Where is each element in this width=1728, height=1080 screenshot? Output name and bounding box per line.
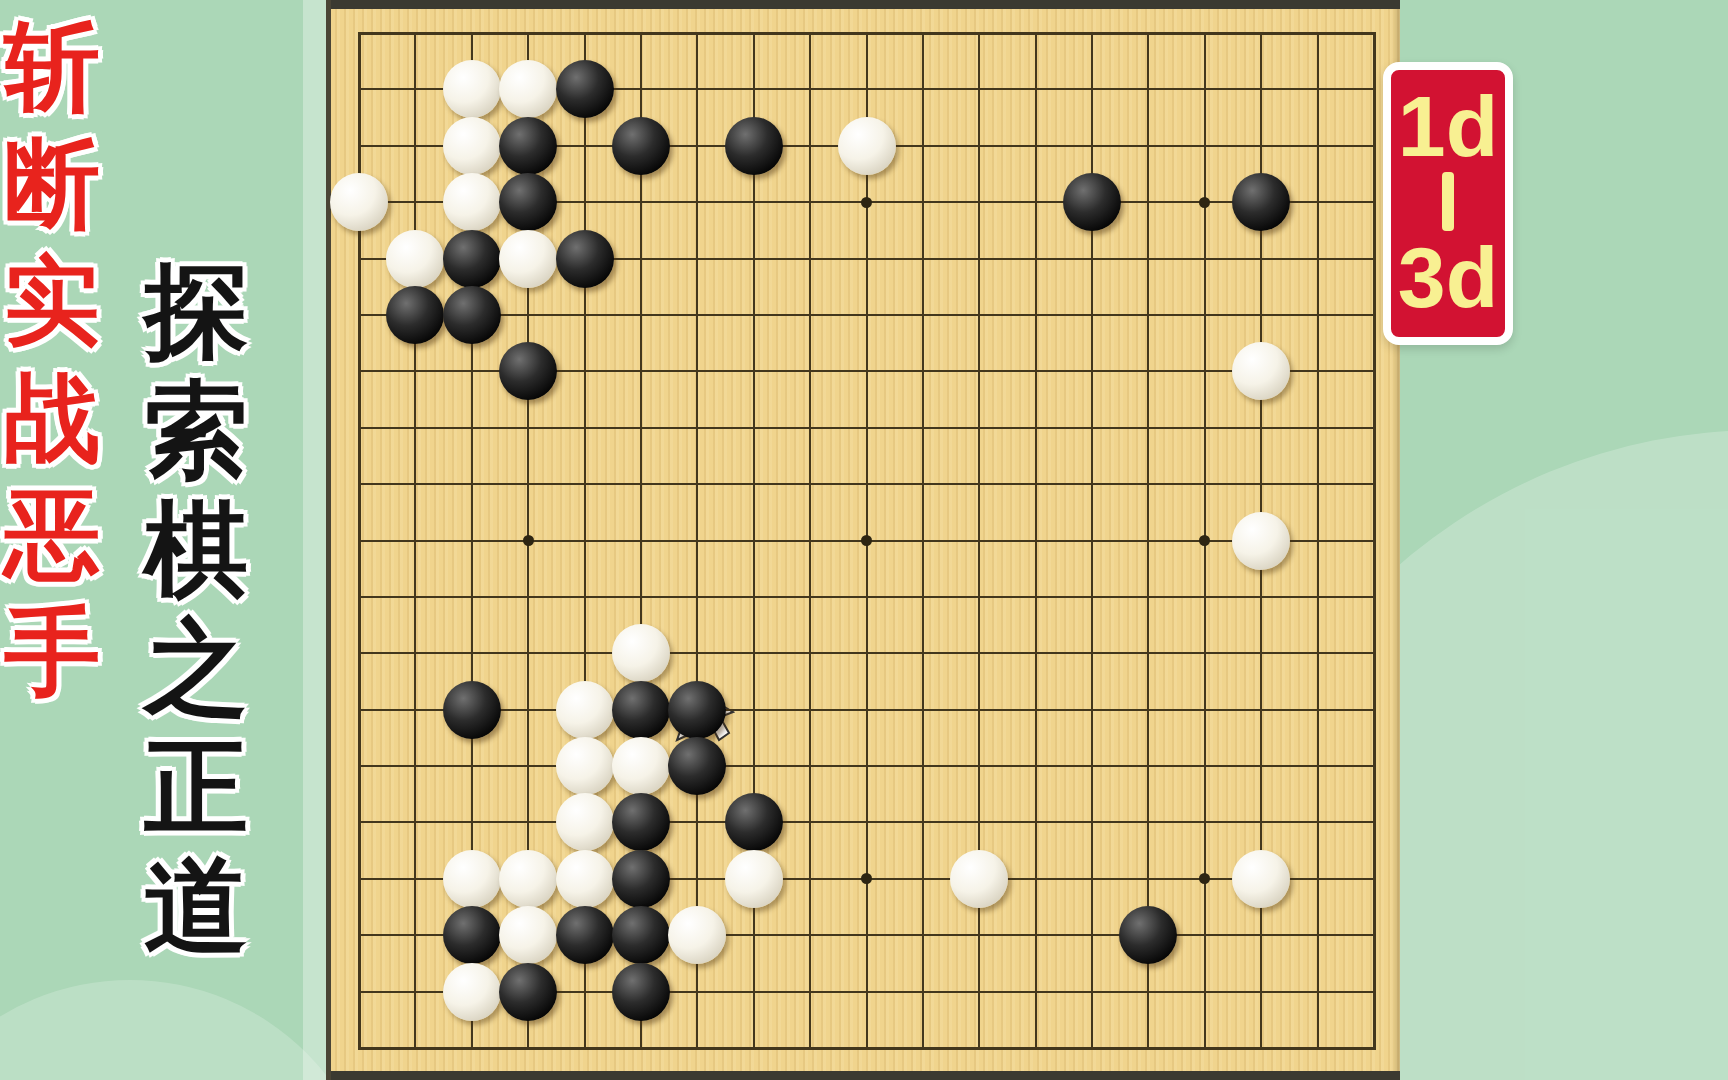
star-point	[1199, 197, 1210, 208]
white-stone[interactable]	[499, 230, 557, 288]
black-stone[interactable]	[499, 173, 557, 231]
title-character: 断	[4, 125, 100, 242]
white-stone[interactable]	[556, 850, 614, 908]
grid-line-horizontal	[358, 596, 1376, 598]
title-red-vertical: 斩断实战恶手	[0, 8, 104, 710]
video-frame: 斩断实战恶手 探索棋之正道 1d 3d	[0, 0, 1728, 1080]
rank-bottom-label: 3d	[1398, 231, 1498, 323]
black-stone[interactable]	[443, 230, 501, 288]
title-character: 手	[4, 593, 100, 710]
white-stone[interactable]	[443, 117, 501, 175]
white-stone[interactable]	[386, 230, 444, 288]
white-stone[interactable]	[612, 737, 670, 795]
white-stone[interactable]	[838, 117, 896, 175]
grid-line-vertical	[1147, 32, 1149, 1050]
white-stone[interactable]	[443, 850, 501, 908]
grid-line-horizontal	[358, 821, 1376, 823]
board-left-light-strip	[303, 0, 326, 1080]
white-stone[interactable]	[556, 737, 614, 795]
rank-badge: 1d 3d	[1383, 62, 1513, 345]
black-stone[interactable]	[443, 906, 501, 964]
black-stone[interactable]	[612, 793, 670, 851]
white-stone[interactable]	[1232, 512, 1290, 570]
black-stone[interactable]	[556, 230, 614, 288]
title-character: 恶	[4, 476, 100, 593]
white-stone[interactable]	[556, 793, 614, 851]
black-stone[interactable]	[612, 963, 670, 1021]
black-stone[interactable]	[612, 850, 670, 908]
black-stone[interactable]	[443, 681, 501, 739]
grid-line-horizontal	[358, 1047, 1376, 1050]
black-stone[interactable]	[499, 963, 557, 1021]
title-character: 道	[144, 847, 248, 966]
title-character: 索	[144, 371, 248, 490]
title-character: 战	[4, 359, 100, 476]
white-stone[interactable]	[556, 681, 614, 739]
grid-line-horizontal	[358, 765, 1376, 767]
black-stone[interactable]	[556, 60, 614, 118]
white-stone[interactable]	[950, 850, 1008, 908]
grid-line-vertical	[1373, 32, 1376, 1050]
black-stone[interactable]	[725, 117, 783, 175]
title-character: 正	[144, 728, 248, 847]
white-stone[interactable]	[443, 60, 501, 118]
board-left-edge	[326, 0, 331, 1080]
white-stone[interactable]	[725, 850, 783, 908]
star-point	[523, 535, 534, 546]
white-stone[interactable]	[443, 173, 501, 231]
white-stone[interactable]	[330, 173, 388, 231]
title-character: 实	[4, 242, 100, 359]
grid-line-vertical	[922, 32, 924, 1050]
black-stone[interactable]	[1232, 173, 1290, 231]
black-stone[interactable]	[499, 117, 557, 175]
rank-separator-bar	[1442, 172, 1454, 231]
rank-top-label: 1d	[1398, 80, 1498, 172]
board-top-edge	[326, 0, 1400, 9]
black-stone[interactable]	[668, 737, 726, 795]
black-stone[interactable]	[386, 286, 444, 344]
white-stone[interactable]	[499, 906, 557, 964]
black-stone[interactable]	[612, 681, 670, 739]
star-point	[861, 197, 872, 208]
grid-line-vertical	[1317, 32, 1319, 1050]
title-character: 探	[144, 252, 248, 371]
black-stone[interactable]	[668, 681, 726, 739]
white-stone[interactable]	[443, 963, 501, 1021]
grid-line-horizontal	[358, 652, 1376, 654]
title-character: 之	[144, 609, 248, 728]
black-stone[interactable]	[612, 906, 670, 964]
grid-line-vertical	[1035, 32, 1037, 1050]
grid-line-horizontal	[358, 709, 1376, 711]
board-bottom-edge	[326, 1071, 1400, 1080]
title-character: 棋	[144, 490, 248, 609]
black-stone[interactable]	[443, 286, 501, 344]
black-stone[interactable]	[556, 906, 614, 964]
black-stone[interactable]	[725, 793, 783, 851]
black-stone[interactable]	[1063, 173, 1121, 231]
white-stone[interactable]	[612, 624, 670, 682]
star-point	[861, 535, 872, 546]
title-black-vertical: 探索棋之正道	[128, 252, 264, 966]
title-character: 斩	[4, 8, 100, 125]
white-stone[interactable]	[499, 850, 557, 908]
white-stone[interactable]	[1232, 850, 1290, 908]
black-stone[interactable]	[612, 117, 670, 175]
